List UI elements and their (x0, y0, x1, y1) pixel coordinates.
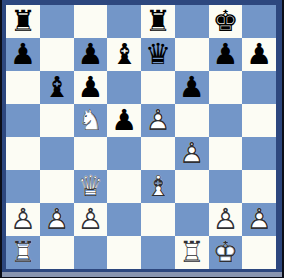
square-f3[interactable] (175, 170, 209, 203)
square-h3[interactable] (242, 170, 276, 203)
piece-white-queen[interactable]: ♛♕ (74, 170, 108, 203)
piece-black-rook[interactable]: ♜ (6, 5, 40, 38)
square-e3[interactable]: ♝♗ (141, 170, 175, 203)
square-g5[interactable] (209, 104, 243, 137)
square-h6[interactable] (242, 71, 276, 104)
square-g3[interactable] (209, 170, 243, 203)
square-c7[interactable]: ♟ (74, 38, 108, 71)
piece-black-pawn[interactable]: ♟ (107, 104, 141, 137)
square-c3[interactable]: ♛♕ (74, 170, 108, 203)
square-a3[interactable] (6, 170, 40, 203)
piece-white-queen-outline: ♕ (74, 170, 108, 203)
square-d1[interactable] (107, 236, 141, 269)
piece-white-king[interactable]: ♚♔ (209, 236, 243, 269)
square-c4[interactable] (74, 137, 108, 170)
piece-black-king[interactable]: ♚ (209, 5, 243, 38)
square-g8[interactable]: ♚ (209, 5, 243, 38)
square-h5[interactable] (242, 104, 276, 137)
square-h8[interactable] (242, 5, 276, 38)
piece-white-bishop-outline: ♗ (141, 170, 175, 203)
square-d5[interactable]: ♟ (107, 104, 141, 137)
square-g6[interactable] (209, 71, 243, 104)
piece-white-pawn-outline: ♙ (40, 203, 74, 236)
piece-white-pawn-outline: ♙ (6, 203, 40, 236)
piece-white-pawn-outline: ♙ (175, 137, 209, 170)
piece-white-king-outline: ♔ (209, 236, 243, 269)
square-e6[interactable] (141, 71, 175, 104)
square-e2[interactable] (141, 203, 175, 236)
square-d6[interactable] (107, 71, 141, 104)
piece-black-pawn[interactable]: ♟ (74, 38, 108, 71)
piece-black-pawn[interactable]: ♟ (175, 71, 209, 104)
square-f4[interactable]: ♟♙ (175, 137, 209, 170)
square-h7[interactable]: ♟ (242, 38, 276, 71)
square-d7[interactable]: ♝ (107, 38, 141, 71)
piece-white-rook-outline: ♖ (6, 236, 40, 269)
square-f6[interactable]: ♟ (175, 71, 209, 104)
square-e7[interactable]: ♛ (141, 38, 175, 71)
piece-white-pawn[interactable]: ♟♙ (242, 203, 276, 236)
piece-white-pawn[interactable]: ♟♙ (209, 203, 243, 236)
piece-white-pawn-outline: ♙ (209, 203, 243, 236)
piece-black-bishop[interactable]: ♝ (40, 71, 74, 104)
square-a4[interactable] (6, 137, 40, 170)
piece-black-bishop[interactable]: ♝ (107, 38, 141, 71)
square-f7[interactable] (175, 38, 209, 71)
square-d2[interactable] (107, 203, 141, 236)
square-f1[interactable]: ♜♖ (175, 236, 209, 269)
piece-black-pawn[interactable]: ♟ (242, 38, 276, 71)
square-c6[interactable]: ♟ (74, 71, 108, 104)
square-a5[interactable] (6, 104, 40, 137)
square-h4[interactable] (242, 137, 276, 170)
square-f5[interactable] (175, 104, 209, 137)
square-e1[interactable] (141, 236, 175, 269)
piece-black-pawn[interactable]: ♟ (209, 38, 243, 71)
square-h2[interactable]: ♟♙ (242, 203, 276, 236)
square-a6[interactable] (6, 71, 40, 104)
piece-white-bishop[interactable]: ♝♗ (141, 170, 175, 203)
square-f2[interactable] (175, 203, 209, 236)
square-a2[interactable]: ♟♙ (6, 203, 40, 236)
chess-app-window: ♜♜♚♟♟♝♛♟♟♝♟♟♞♘♟♟♙♟♙♛♕♝♗♟♙♟♙♟♙♟♙♟♙♜♖♜♖♚♔ (0, 0, 284, 278)
square-d8[interactable] (107, 5, 141, 38)
square-b5[interactable] (40, 104, 74, 137)
square-b7[interactable] (40, 38, 74, 71)
square-e8[interactable]: ♜ (141, 5, 175, 38)
square-h1[interactable] (242, 236, 276, 269)
square-c2[interactable]: ♟♙ (74, 203, 108, 236)
square-g4[interactable] (209, 137, 243, 170)
square-g2[interactable]: ♟♙ (209, 203, 243, 236)
square-c8[interactable] (74, 5, 108, 38)
window-bottom-strip (2, 272, 282, 277)
square-b6[interactable]: ♝ (40, 71, 74, 104)
piece-white-rook[interactable]: ♜♖ (175, 236, 209, 269)
chess-board: ♜♜♚♟♟♝♛♟♟♝♟♟♞♘♟♟♙♟♙♛♕♝♗♟♙♟♙♟♙♟♙♟♙♜♖♜♖♚♔ (6, 5, 276, 269)
square-b4[interactable] (40, 137, 74, 170)
square-c5[interactable]: ♞♘ (74, 104, 108, 137)
square-b2[interactable]: ♟♙ (40, 203, 74, 236)
square-g1[interactable]: ♚♔ (209, 236, 243, 269)
piece-white-knight[interactable]: ♞♘ (74, 104, 108, 137)
piece-white-pawn-outline: ♙ (74, 203, 108, 236)
square-b3[interactable] (40, 170, 74, 203)
square-e4[interactable] (141, 137, 175, 170)
square-f8[interactable] (175, 5, 209, 38)
piece-black-pawn[interactable]: ♟ (6, 38, 40, 71)
piece-white-pawn[interactable]: ♟♙ (74, 203, 108, 236)
square-d3[interactable] (107, 170, 141, 203)
square-e5[interactable]: ♟♙ (141, 104, 175, 137)
piece-white-rook-outline: ♖ (175, 236, 209, 269)
square-a1[interactable]: ♜♖ (6, 236, 40, 269)
piece-black-rook[interactable]: ♜ (141, 5, 175, 38)
piece-black-queen[interactable]: ♛ (141, 38, 175, 71)
piece-black-pawn[interactable]: ♟ (74, 71, 108, 104)
square-d4[interactable] (107, 137, 141, 170)
piece-white-pawn[interactable]: ♟♙ (6, 203, 40, 236)
piece-white-pawn[interactable]: ♟♙ (141, 104, 175, 137)
square-g7[interactable]: ♟ (209, 38, 243, 71)
square-a8[interactable]: ♜ (6, 5, 40, 38)
piece-white-pawn-outline: ♙ (141, 104, 175, 137)
square-a7[interactable]: ♟ (6, 38, 40, 71)
square-b8[interactable] (40, 5, 74, 38)
piece-white-pawn[interactable]: ♟♙ (175, 137, 209, 170)
square-b1[interactable] (40, 236, 74, 269)
piece-white-pawn[interactable]: ♟♙ (40, 203, 74, 236)
piece-white-pawn-outline: ♙ (242, 203, 276, 236)
piece-white-knight-outline: ♘ (74, 104, 108, 137)
square-c1[interactable] (74, 236, 108, 269)
piece-white-rook[interactable]: ♜♖ (6, 236, 40, 269)
